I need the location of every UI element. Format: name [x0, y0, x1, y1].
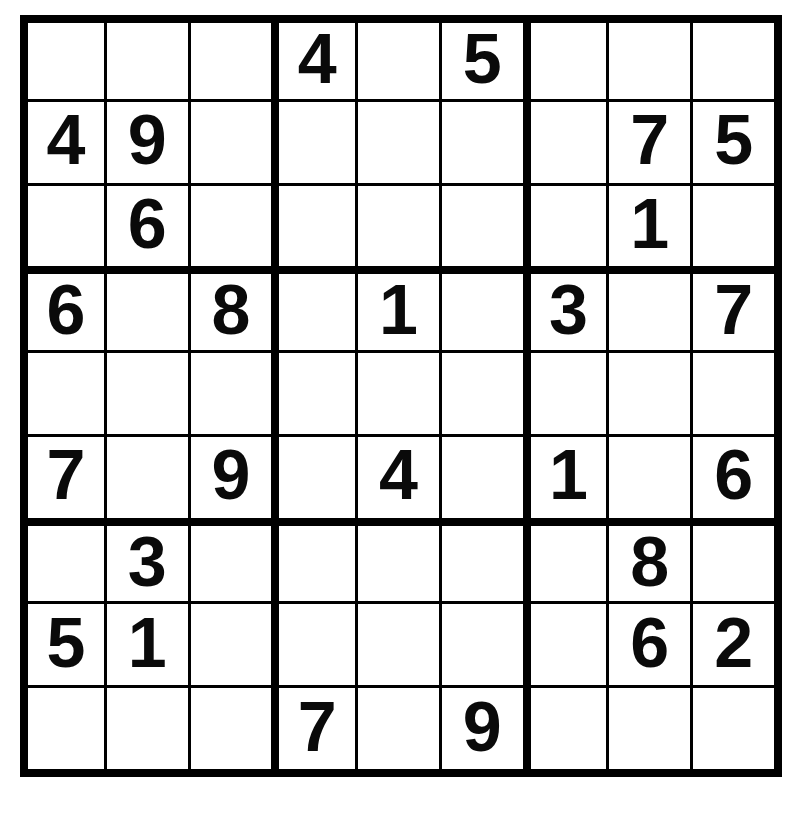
given-digit: 4: [298, 24, 337, 94]
cell-r5c9[interactable]: [690, 350, 774, 434]
cell-r7c3[interactable]: [188, 518, 272, 602]
cell-r9c3[interactable]: [188, 685, 272, 769]
cell-r3c9[interactable]: [690, 183, 774, 267]
cell-r1c1[interactable]: [20, 15, 104, 99]
cell-r3c6[interactable]: [439, 183, 523, 267]
cell-r6c5: 4: [355, 434, 439, 518]
cell-r3c4[interactable]: [271, 183, 355, 267]
cell-r4c6[interactable]: [439, 266, 523, 350]
cell-r8c9: 2: [690, 601, 774, 685]
given-digit: 6: [714, 440, 753, 510]
cell-r4c1: 6: [20, 266, 104, 350]
cell-r1c3[interactable]: [188, 15, 272, 99]
cell-r2c2: 9: [104, 99, 188, 183]
given-digit: 6: [46, 275, 85, 345]
given-digit: 8: [630, 527, 669, 597]
given-digit: 3: [549, 275, 588, 345]
cell-r8c1: 5: [20, 601, 104, 685]
cell-r6c9: 6: [690, 434, 774, 518]
given-digit: 1: [549, 440, 588, 510]
given-digit: 8: [211, 275, 250, 345]
cell-r3c5[interactable]: [355, 183, 439, 267]
cell-r8c2: 1: [104, 601, 188, 685]
cell-r8c3[interactable]: [188, 601, 272, 685]
cell-r9c2[interactable]: [104, 685, 188, 769]
cell-r7c5[interactable]: [355, 518, 439, 602]
cell-r8c5[interactable]: [355, 601, 439, 685]
given-digit: 3: [128, 527, 167, 597]
given-digit: 1: [630, 189, 669, 259]
cell-r5c4[interactable]: [271, 350, 355, 434]
cell-r4c7: 3: [523, 266, 607, 350]
given-digit: 7: [630, 105, 669, 175]
cell-r2c8: 7: [606, 99, 690, 183]
given-digit: 6: [128, 189, 167, 259]
cell-r1c9[interactable]: [690, 15, 774, 99]
cell-r7c1[interactable]: [20, 518, 104, 602]
cell-r7c6[interactable]: [439, 518, 523, 602]
page: 45497561681377941638516279: [0, 0, 800, 821]
cell-r5c6[interactable]: [439, 350, 523, 434]
cell-r3c8: 1: [606, 183, 690, 267]
given-digit: 4: [46, 105, 85, 175]
cell-r4c5: 1: [355, 266, 439, 350]
cell-r9c6: 9: [439, 685, 523, 769]
cell-r6c2[interactable]: [104, 434, 188, 518]
cell-r7c2: 3: [104, 518, 188, 602]
cell-r8c7[interactable]: [523, 601, 607, 685]
cell-r2c1: 4: [20, 99, 104, 183]
cell-r2c3[interactable]: [188, 99, 272, 183]
cell-r8c4[interactable]: [271, 601, 355, 685]
given-digit: 9: [463, 692, 502, 762]
given-digit: 5: [714, 105, 753, 175]
given-digit: 5: [46, 608, 85, 678]
cell-r1c7[interactable]: [523, 15, 607, 99]
given-digit: 7: [714, 275, 753, 345]
cell-r2c7[interactable]: [523, 99, 607, 183]
given-digit: 1: [379, 275, 418, 345]
given-digit: 7: [46, 440, 85, 510]
given-digit: 9: [211, 440, 250, 510]
cell-r2c5[interactable]: [355, 99, 439, 183]
cell-r5c5[interactable]: [355, 350, 439, 434]
cell-r1c4: 4: [271, 15, 355, 99]
cell-r5c8[interactable]: [606, 350, 690, 434]
given-digit: 1: [128, 608, 167, 678]
given-digit: 6: [630, 608, 669, 678]
cell-r5c2[interactable]: [104, 350, 188, 434]
cell-r4c8[interactable]: [606, 266, 690, 350]
cell-r6c1: 7: [20, 434, 104, 518]
cell-r4c3: 8: [188, 266, 272, 350]
cell-r6c7: 1: [523, 434, 607, 518]
cell-r8c6[interactable]: [439, 601, 523, 685]
cell-r6c6[interactable]: [439, 434, 523, 518]
cell-r9c1[interactable]: [20, 685, 104, 769]
cell-r1c2[interactable]: [104, 15, 188, 99]
cell-r9c9[interactable]: [690, 685, 774, 769]
sudoku-board: 45497561681377941638516279: [20, 15, 782, 777]
cell-r5c1[interactable]: [20, 350, 104, 434]
cell-r6c4[interactable]: [271, 434, 355, 518]
cell-r2c9: 5: [690, 99, 774, 183]
cell-r4c4[interactable]: [271, 266, 355, 350]
given-digit: 4: [379, 440, 418, 510]
given-digit: 5: [463, 24, 502, 94]
cell-r8c8: 6: [606, 601, 690, 685]
cell-r3c1[interactable]: [20, 183, 104, 267]
cell-r1c5[interactable]: [355, 15, 439, 99]
cell-r7c8: 8: [606, 518, 690, 602]
cell-r9c7[interactable]: [523, 685, 607, 769]
cell-r3c7[interactable]: [523, 183, 607, 267]
cell-r2c4[interactable]: [271, 99, 355, 183]
cell-r1c8[interactable]: [606, 15, 690, 99]
cell-r4c2[interactable]: [104, 266, 188, 350]
given-digit: 7: [298, 692, 337, 762]
cell-r7c7[interactable]: [523, 518, 607, 602]
cell-r1c6: 5: [439, 15, 523, 99]
cell-r5c3[interactable]: [188, 350, 272, 434]
cell-r3c3[interactable]: [188, 183, 272, 267]
cell-r6c8[interactable]: [606, 434, 690, 518]
cell-r9c8[interactable]: [606, 685, 690, 769]
cell-r3c2: 6: [104, 183, 188, 267]
given-digit: 2: [714, 608, 753, 678]
cell-r9c4: 7: [271, 685, 355, 769]
cell-r2c6[interactable]: [439, 99, 523, 183]
cell-r7c9[interactable]: [690, 518, 774, 602]
cell-r9c5[interactable]: [355, 685, 439, 769]
cell-r4c9: 7: [690, 266, 774, 350]
cell-r6c3: 9: [188, 434, 272, 518]
given-digit: 9: [128, 105, 167, 175]
cell-r7c4[interactable]: [271, 518, 355, 602]
cell-r5c7[interactable]: [523, 350, 607, 434]
